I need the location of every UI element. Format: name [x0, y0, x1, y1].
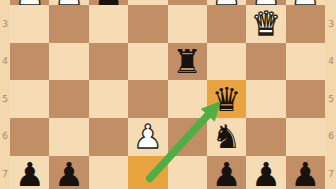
square-d3[interactable] [168, 5, 207, 43]
square-h4[interactable] [10, 43, 49, 81]
piece-bN-c6[interactable]: ♞ [207, 118, 246, 156]
square-b4[interactable] [246, 43, 285, 81]
rank-label-left-3: 3 [0, 19, 10, 30]
rank-label-left-4: 4 [0, 56, 10, 67]
square-e7[interactable] [128, 156, 167, 189]
square-f5[interactable] [89, 80, 128, 118]
square-a6[interactable] [286, 118, 325, 156]
piece-wP-e6[interactable]: ♟ [128, 118, 167, 156]
square-c6[interactable]: ♞ [207, 118, 246, 156]
rank-label-left-6: 6 [0, 131, 10, 142]
square-f7[interactable] [89, 156, 128, 189]
square-b3[interactable]: ♛ [246, 5, 285, 43]
square-f4[interactable] [89, 43, 128, 81]
piece-bP-h7[interactable]: ♟ [10, 156, 49, 189]
square-a7[interactable]: ♟ [286, 156, 325, 189]
rank-label-right-4: 4 [326, 56, 336, 67]
piece-bR-d4[interactable]: ♜ [168, 43, 207, 81]
square-h7[interactable]: ♟ [10, 156, 49, 189]
square-c4[interactable] [207, 43, 246, 81]
square-c7[interactable]: ♟ [207, 156, 246, 189]
square-c3[interactable] [207, 5, 246, 43]
square-d4[interactable]: ♜ [168, 43, 207, 81]
square-a4[interactable] [286, 43, 325, 81]
square-g7[interactable]: ♟ [49, 156, 88, 189]
square-e4[interactable] [128, 43, 167, 81]
square-f3[interactable] [89, 5, 128, 43]
square-h6[interactable] [10, 118, 49, 156]
piece-bP-g7[interactable]: ♟ [49, 156, 88, 189]
square-b7[interactable]: ♟ [246, 156, 285, 189]
square-h5[interactable] [10, 80, 49, 118]
square-g6[interactable] [49, 118, 88, 156]
chess-board[interactable]: ♟♟♟♟♟♟♛♜♛♟♞♟♟♟♟♟ [10, 0, 325, 189]
square-a5[interactable] [286, 80, 325, 118]
piece-bP-b7[interactable]: ♟ [246, 156, 285, 189]
square-g4[interactable] [49, 43, 88, 81]
square-b6[interactable] [246, 118, 285, 156]
square-d5[interactable] [168, 80, 207, 118]
chess-board-screenshot: ♟♟♟♟♟♟♛♜♛♟♞♟♟♟♟♟ 3344556677 [0, 0, 336, 189]
square-a3[interactable] [286, 5, 325, 43]
rank-label-right-7: 7 [326, 169, 336, 180]
square-g3[interactable] [49, 5, 88, 43]
rank-label-left-7: 7 [0, 169, 10, 180]
square-f6[interactable] [89, 118, 128, 156]
square-e6[interactable]: ♟ [128, 118, 167, 156]
square-b5[interactable] [246, 80, 285, 118]
square-d6[interactable] [168, 118, 207, 156]
piece-bQ-c5[interactable]: ♛ [207, 80, 246, 118]
rank-label-right-6: 6 [326, 131, 336, 142]
piece-bP-a7[interactable]: ♟ [286, 156, 325, 189]
rank-label-right-5: 5 [326, 94, 336, 105]
square-e3[interactable] [128, 5, 167, 43]
square-h3[interactable] [10, 5, 49, 43]
square-g5[interactable] [49, 80, 88, 118]
square-d7[interactable] [168, 156, 207, 189]
rank-label-left-5: 5 [0, 94, 10, 105]
piece-bP-c7[interactable]: ♟ [207, 156, 246, 189]
square-c5[interactable]: ♛ [207, 80, 246, 118]
square-e5[interactable] [128, 80, 167, 118]
piece-wQ-b3[interactable]: ♛ [246, 5, 285, 43]
rank-label-right-3: 3 [326, 19, 336, 30]
